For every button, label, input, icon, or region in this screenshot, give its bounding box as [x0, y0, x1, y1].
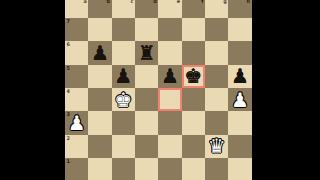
- square-g5[interactable]: [205, 65, 228, 88]
- square-f5[interactable]: ♚: [182, 65, 205, 88]
- square-c7[interactable]: [112, 18, 135, 41]
- square-c5[interactable]: ♟: [112, 65, 135, 88]
- square-c1[interactable]: [112, 158, 135, 180]
- file-label-b: b: [107, 0, 111, 4]
- piece-black-pawn[interactable]: ♟: [114, 66, 132, 86]
- square-a4[interactable]: 4: [65, 88, 88, 111]
- square-c4[interactable]: ♚: [112, 88, 135, 111]
- square-e7[interactable]: [158, 18, 181, 41]
- square-a2[interactable]: 2: [65, 135, 88, 158]
- piece-white-pawn[interactable]: ♟: [231, 89, 249, 109]
- square-f4[interactable]: [182, 88, 205, 111]
- file-label-e: e: [177, 0, 180, 4]
- piece-white-king[interactable]: ♚: [114, 89, 132, 109]
- piece-black-pawn[interactable]: ♟: [161, 66, 179, 86]
- square-h2[interactable]: [228, 135, 251, 158]
- file-label-d: d: [153, 0, 157, 4]
- square-h7[interactable]: [228, 18, 251, 41]
- square-g3[interactable]: [205, 111, 228, 134]
- square-c6[interactable]: [112, 41, 135, 64]
- square-d5[interactable]: [135, 65, 158, 88]
- rank-label-7: 7: [67, 19, 70, 24]
- square-c3[interactable]: [112, 111, 135, 134]
- square-c8[interactable]: c: [112, 0, 135, 18]
- piece-black-pawn[interactable]: ♟: [231, 66, 249, 86]
- file-label-c: c: [131, 0, 134, 4]
- square-b3[interactable]: [88, 111, 111, 134]
- square-e6[interactable]: [158, 41, 181, 64]
- square-a5[interactable]: 5: [65, 65, 88, 88]
- piece-black-rook[interactable]: ♜: [138, 42, 156, 62]
- square-f3[interactable]: [182, 111, 205, 134]
- square-d6[interactable]: ♜: [135, 41, 158, 64]
- chess-board: 8abcdefgh76♟♜5♟♟♚♟4♚♟3♟2♛1: [65, 0, 252, 180]
- square-g8[interactable]: g: [205, 0, 228, 18]
- piece-white-pawn[interactable]: ♟: [68, 112, 86, 132]
- square-d8[interactable]: d: [135, 0, 158, 18]
- square-e5[interactable]: ♟: [158, 65, 181, 88]
- rank-label-1: 1: [67, 159, 70, 164]
- square-d3[interactable]: [135, 111, 158, 134]
- file-label-a: a: [83, 0, 86, 4]
- square-d2[interactable]: [135, 135, 158, 158]
- square-a8[interactable]: 8a: [65, 0, 88, 18]
- square-h4[interactable]: ♟: [228, 88, 251, 111]
- file-label-h: h: [247, 0, 251, 4]
- square-h6[interactable]: [228, 41, 251, 64]
- square-b2[interactable]: [88, 135, 111, 158]
- square-f2[interactable]: [182, 135, 205, 158]
- square-a3[interactable]: 3♟: [65, 111, 88, 134]
- rank-label-5: 5: [67, 66, 70, 71]
- square-c2[interactable]: [112, 135, 135, 158]
- square-a1[interactable]: 1: [65, 158, 88, 180]
- square-g7[interactable]: [205, 18, 228, 41]
- square-h1[interactable]: [228, 158, 251, 180]
- square-b6[interactable]: ♟: [88, 41, 111, 64]
- screenshot-stage: 8abcdefgh76♟♜5♟♟♚♟4♚♟3♟2♛1: [0, 0, 320, 180]
- square-b1[interactable]: [88, 158, 111, 180]
- square-a7[interactable]: 7: [65, 18, 88, 41]
- square-e3[interactable]: [158, 111, 181, 134]
- square-e2[interactable]: [158, 135, 181, 158]
- square-b5[interactable]: [88, 65, 111, 88]
- square-a6[interactable]: 6: [65, 41, 88, 64]
- rank-label-4: 4: [67, 89, 70, 94]
- square-e1[interactable]: [158, 158, 181, 180]
- square-g4[interactable]: [205, 88, 228, 111]
- square-e8[interactable]: e: [158, 0, 181, 18]
- square-g6[interactable]: [205, 41, 228, 64]
- square-h8[interactable]: h: [228, 0, 251, 18]
- square-b7[interactable]: [88, 18, 111, 41]
- rank-label-8: 8: [67, 0, 70, 1]
- square-b4[interactable]: [88, 88, 111, 111]
- square-b8[interactable]: b: [88, 0, 111, 18]
- square-f8[interactable]: f: [182, 0, 205, 18]
- square-f7[interactable]: [182, 18, 205, 41]
- piece-black-pawn[interactable]: ♟: [91, 42, 109, 62]
- square-d4[interactable]: [135, 88, 158, 111]
- square-g1[interactable]: [205, 158, 228, 180]
- square-f1[interactable]: [182, 158, 205, 180]
- square-f6[interactable]: [182, 41, 205, 64]
- square-d7[interactable]: [135, 18, 158, 41]
- piece-black-king[interactable]: ♚: [184, 66, 202, 86]
- rank-label-6: 6: [67, 42, 70, 47]
- square-e4[interactable]: [158, 88, 181, 111]
- piece-white-queen[interactable]: ♛: [208, 136, 226, 156]
- square-h3[interactable]: [228, 111, 251, 134]
- square-h5[interactable]: ♟: [228, 65, 251, 88]
- file-label-g: g: [223, 0, 227, 4]
- rank-label-2: 2: [67, 136, 70, 141]
- square-g2[interactable]: ♛: [205, 135, 228, 158]
- square-d1[interactable]: [135, 158, 158, 180]
- file-label-f: f: [201, 0, 203, 4]
